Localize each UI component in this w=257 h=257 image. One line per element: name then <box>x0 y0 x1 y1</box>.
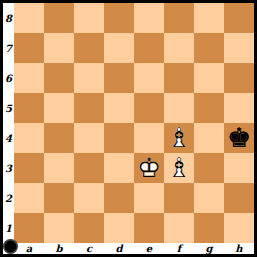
file-label-f: f <box>164 243 194 254</box>
rank-labels: 87654321 <box>3 3 14 243</box>
square-h4[interactable]: ♚♚ <box>224 123 254 153</box>
rank-label-8: 8 <box>3 3 14 33</box>
square-h8[interactable] <box>224 3 254 33</box>
square-f8[interactable] <box>164 3 194 33</box>
chess-diagram: 87654321 ♝♗♚♚♚♔♝♗ abcdefgh <box>0 0 257 257</box>
square-d1[interactable] <box>104 213 134 243</box>
square-h3[interactable] <box>224 153 254 183</box>
square-g4[interactable] <box>194 123 224 153</box>
square-e7[interactable] <box>134 33 164 63</box>
white-bishop-f3[interactable]: ♝♗ <box>164 153 194 183</box>
square-h7[interactable] <box>224 33 254 63</box>
square-b5[interactable] <box>44 93 74 123</box>
square-f3[interactable]: ♝♗ <box>164 153 194 183</box>
white-king-e3[interactable]: ♚♔ <box>134 153 164 183</box>
file-labels: abcdefgh <box>14 243 254 254</box>
file-label-h: h <box>224 243 254 254</box>
square-a2[interactable] <box>14 183 44 213</box>
square-g3[interactable] <box>194 153 224 183</box>
square-d8[interactable] <box>104 3 134 33</box>
square-d3[interactable] <box>104 153 134 183</box>
square-g1[interactable] <box>194 213 224 243</box>
square-d5[interactable] <box>104 93 134 123</box>
square-b6[interactable] <box>44 63 74 93</box>
rank-label-2: 2 <box>3 183 14 213</box>
square-a1[interactable] <box>14 213 44 243</box>
rank-label-6: 6 <box>3 63 14 93</box>
piece-outline-glyph: ♗ <box>164 123 194 153</box>
file-label-a: a <box>14 243 44 254</box>
square-h1[interactable] <box>224 213 254 243</box>
piece-outline-glyph: ♗ <box>164 153 194 183</box>
file-label-c: c <box>74 243 104 254</box>
square-b4[interactable] <box>44 123 74 153</box>
square-f6[interactable] <box>164 63 194 93</box>
square-f2[interactable] <box>164 183 194 213</box>
rank-label-5: 5 <box>3 93 14 123</box>
square-e6[interactable] <box>134 63 164 93</box>
square-g5[interactable] <box>194 93 224 123</box>
square-a3[interactable] <box>14 153 44 183</box>
square-f7[interactable] <box>164 33 194 63</box>
square-d6[interactable] <box>104 63 134 93</box>
square-a5[interactable] <box>14 93 44 123</box>
square-f1[interactable] <box>164 213 194 243</box>
square-d7[interactable] <box>104 33 134 63</box>
square-c8[interactable] <box>74 3 104 33</box>
turn-indicator-black-to-move <box>3 239 18 254</box>
file-label-g: g <box>194 243 224 254</box>
piece-outline-glyph: ♔ <box>134 153 164 183</box>
square-e1[interactable] <box>134 213 164 243</box>
square-h2[interactable] <box>224 183 254 213</box>
rank-label-7: 7 <box>3 33 14 63</box>
square-c6[interactable] <box>74 63 104 93</box>
rank-label-4: 4 <box>3 123 14 153</box>
square-c3[interactable] <box>74 153 104 183</box>
square-b2[interactable] <box>44 183 74 213</box>
square-g2[interactable] <box>194 183 224 213</box>
square-a8[interactable] <box>14 3 44 33</box>
piece-outline-glyph: ♚ <box>224 123 254 153</box>
square-e5[interactable] <box>134 93 164 123</box>
square-g6[interactable] <box>194 63 224 93</box>
file-label-b: b <box>44 243 74 254</box>
square-d4[interactable] <box>104 123 134 153</box>
square-a4[interactable] <box>14 123 44 153</box>
square-b3[interactable] <box>44 153 74 183</box>
file-label-e: e <box>134 243 164 254</box>
square-e4[interactable] <box>134 123 164 153</box>
square-c5[interactable] <box>74 93 104 123</box>
square-a6[interactable] <box>14 63 44 93</box>
square-c7[interactable] <box>74 33 104 63</box>
square-b7[interactable] <box>44 33 74 63</box>
square-c2[interactable] <box>74 183 104 213</box>
square-g7[interactable] <box>194 33 224 63</box>
square-a7[interactable] <box>14 33 44 63</box>
square-c1[interactable] <box>74 213 104 243</box>
chess-board[interactable]: ♝♗♚♚♚♔♝♗ <box>14 3 254 243</box>
square-d2[interactable] <box>104 183 134 213</box>
square-g8[interactable] <box>194 3 224 33</box>
square-b8[interactable] <box>44 3 74 33</box>
square-f5[interactable] <box>164 93 194 123</box>
square-e3[interactable]: ♚♔ <box>134 153 164 183</box>
square-e8[interactable] <box>134 3 164 33</box>
square-c4[interactable] <box>74 123 104 153</box>
square-h5[interactable] <box>224 93 254 123</box>
square-h6[interactable] <box>224 63 254 93</box>
rank-label-3: 3 <box>3 153 14 183</box>
white-bishop-f4[interactable]: ♝♗ <box>164 123 194 153</box>
square-f4[interactable]: ♝♗ <box>164 123 194 153</box>
square-e2[interactable] <box>134 183 164 213</box>
square-b1[interactable] <box>44 213 74 243</box>
black-king-h4[interactable]: ♚♚ <box>224 123 254 153</box>
file-label-d: d <box>104 243 134 254</box>
